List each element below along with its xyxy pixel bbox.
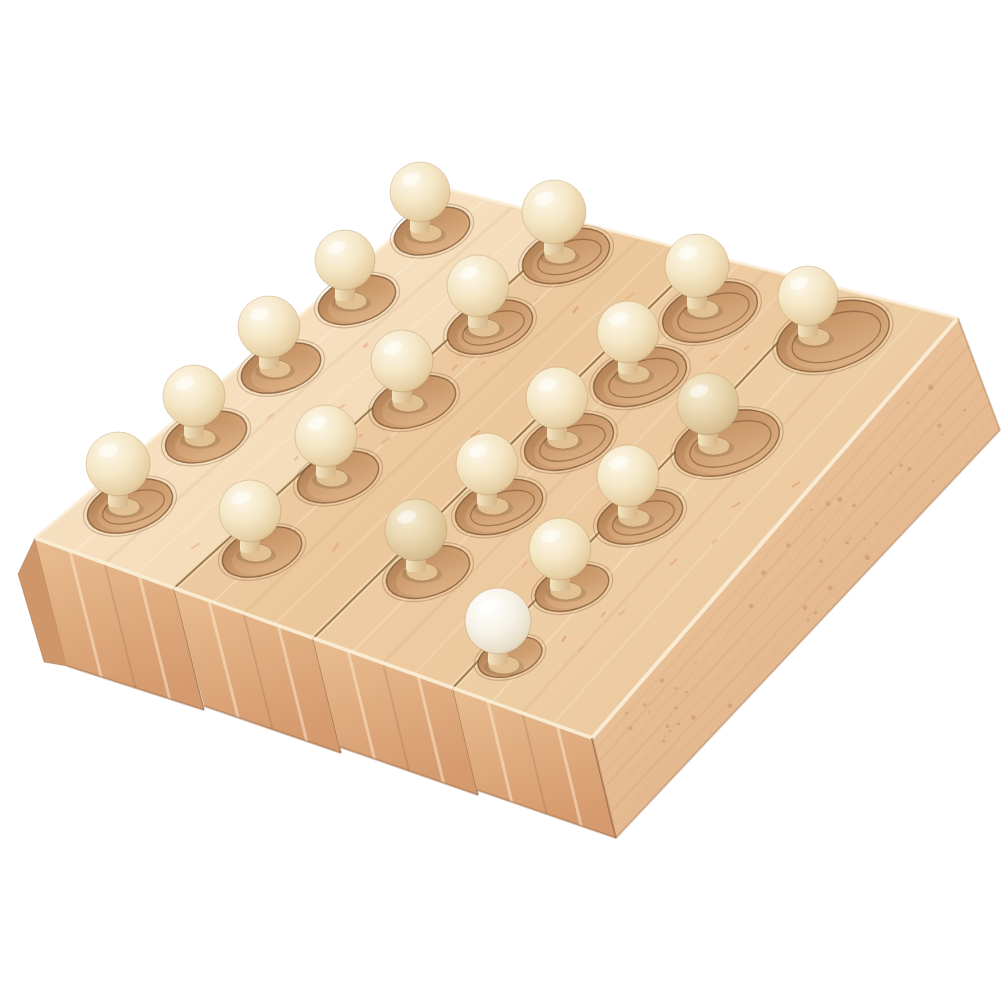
cylinder-blocks-product-photo: Montessori knobbed cylinder blocks: four…	[0, 0, 1002, 1002]
cylinder-blocks-scene	[0, 0, 1002, 1002]
